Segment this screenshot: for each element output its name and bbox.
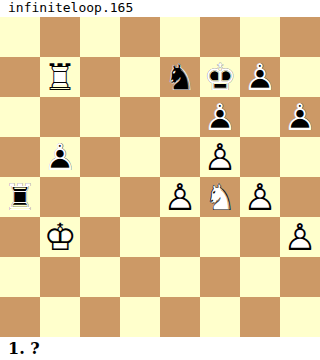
black-pawn[interactable]: ♟♙ — [200, 97, 240, 137]
square-f6[interactable]: ♟♙ — [200, 97, 240, 137]
piece-detail: ♙ — [160, 177, 200, 217]
square-e2[interactable] — [160, 257, 200, 297]
square-g3[interactable] — [240, 217, 280, 257]
white-rook[interactable]: ♜♖ — [40, 57, 80, 97]
chess-board[interactable]: ♜♖♞♘♚♔♟♙♟♙♟♙♟♙♟♙♜♖♟♙♞♘♟♙♚♔♟♙ — [0, 17, 320, 337]
black-king[interactable]: ♚♔ — [200, 57, 240, 97]
square-h6[interactable]: ♟♙ — [280, 97, 320, 137]
square-e6[interactable] — [160, 97, 200, 137]
square-a8[interactable] — [0, 17, 40, 57]
square-f3[interactable] — [200, 217, 240, 257]
chess-app: infiniteloop.165 ♜♖♞♘♚♔♟♙♟♙♟♙♟♙♟♙♜♖♟♙♞♘♟… — [0, 0, 320, 360]
square-b2[interactable] — [40, 257, 80, 297]
square-g1[interactable] — [240, 297, 280, 337]
square-b1[interactable] — [40, 297, 80, 337]
black-rook[interactable]: ♜♖ — [0, 177, 40, 217]
square-b6[interactable] — [40, 97, 80, 137]
square-h1[interactable] — [280, 297, 320, 337]
white-pawn[interactable]: ♟♙ — [240, 177, 280, 217]
square-h7[interactable] — [280, 57, 320, 97]
square-d1[interactable] — [120, 297, 160, 337]
square-c6[interactable] — [80, 97, 120, 137]
square-e1[interactable] — [160, 297, 200, 337]
square-f8[interactable] — [200, 17, 240, 57]
square-d8[interactable] — [120, 17, 160, 57]
square-g6[interactable] — [240, 97, 280, 137]
square-a4[interactable]: ♜♖ — [0, 177, 40, 217]
square-d4[interactable] — [120, 177, 160, 217]
square-h2[interactable] — [280, 257, 320, 297]
piece-detail: ♙ — [200, 97, 240, 137]
white-pawn[interactable]: ♟♙ — [160, 177, 200, 217]
square-f7[interactable]: ♚♔ — [200, 57, 240, 97]
square-a5[interactable] — [0, 137, 40, 177]
square-e8[interactable] — [160, 17, 200, 57]
square-d2[interactable] — [120, 257, 160, 297]
piece-detail: ♙ — [240, 57, 280, 97]
square-f1[interactable] — [200, 297, 240, 337]
square-h5[interactable] — [280, 137, 320, 177]
piece-detail: ♙ — [280, 97, 320, 137]
black-pawn[interactable]: ♟♙ — [240, 57, 280, 97]
square-e3[interactable] — [160, 217, 200, 257]
square-c1[interactable] — [80, 297, 120, 337]
move-prompt: 1. ? — [0, 337, 320, 360]
square-c5[interactable] — [80, 137, 120, 177]
square-b3[interactable]: ♚♔ — [40, 217, 80, 257]
square-h8[interactable] — [280, 17, 320, 57]
white-knight[interactable]: ♞♘ — [200, 177, 240, 217]
piece-detail: ♘ — [200, 177, 240, 217]
square-h4[interactable] — [280, 177, 320, 217]
square-g4[interactable]: ♟♙ — [240, 177, 280, 217]
square-d5[interactable] — [120, 137, 160, 177]
square-g8[interactable] — [240, 17, 280, 57]
square-a2[interactable] — [0, 257, 40, 297]
square-b7[interactable]: ♜♖ — [40, 57, 80, 97]
black-knight[interactable]: ♞♘ — [160, 57, 200, 97]
square-b4[interactable] — [40, 177, 80, 217]
square-b5[interactable]: ♟♙ — [40, 137, 80, 177]
window-title: infiniteloop.165 — [0, 0, 320, 17]
square-f2[interactable] — [200, 257, 240, 297]
square-a6[interactable] — [0, 97, 40, 137]
black-pawn[interactable]: ♟♙ — [40, 137, 80, 177]
square-c4[interactable] — [80, 177, 120, 217]
piece-detail: ♙ — [240, 177, 280, 217]
square-a1[interactable] — [0, 297, 40, 337]
white-pawn[interactable]: ♟♙ — [200, 137, 240, 177]
piece-detail: ♙ — [200, 137, 240, 177]
piece-detail: ♙ — [40, 137, 80, 177]
white-pawn[interactable]: ♟♙ — [280, 217, 320, 257]
square-f4[interactable]: ♞♘ — [200, 177, 240, 217]
piece-detail: ♘ — [160, 57, 200, 97]
black-pawn[interactable]: ♟♙ — [280, 97, 320, 137]
square-e7[interactable]: ♞♘ — [160, 57, 200, 97]
square-e5[interactable] — [160, 137, 200, 177]
square-d3[interactable] — [120, 217, 160, 257]
square-c7[interactable] — [80, 57, 120, 97]
square-g2[interactable] — [240, 257, 280, 297]
square-g7[interactable]: ♟♙ — [240, 57, 280, 97]
white-king[interactable]: ♚♔ — [40, 217, 80, 257]
square-c2[interactable] — [80, 257, 120, 297]
piece-detail: ♖ — [40, 57, 80, 97]
square-b8[interactable] — [40, 17, 80, 57]
square-d6[interactable] — [120, 97, 160, 137]
square-c8[interactable] — [80, 17, 120, 57]
square-a3[interactable] — [0, 217, 40, 257]
square-d7[interactable] — [120, 57, 160, 97]
square-h3[interactable]: ♟♙ — [280, 217, 320, 257]
square-g5[interactable] — [240, 137, 280, 177]
piece-detail: ♙ — [280, 217, 320, 257]
square-e4[interactable]: ♟♙ — [160, 177, 200, 217]
piece-detail: ♔ — [40, 217, 80, 257]
square-c3[interactable] — [80, 217, 120, 257]
piece-detail: ♔ — [200, 57, 240, 97]
piece-detail: ♖ — [0, 177, 40, 217]
square-f5[interactable]: ♟♙ — [200, 137, 240, 177]
square-a7[interactable] — [0, 57, 40, 97]
